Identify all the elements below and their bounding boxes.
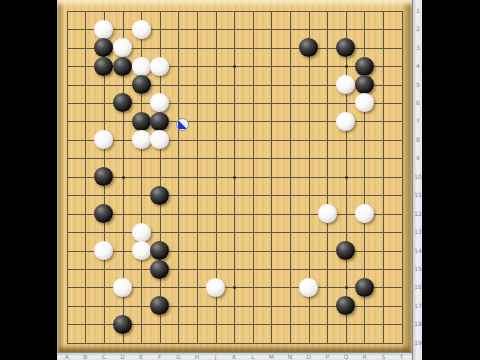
grid-line-vertical [271,11,272,344]
white-stone[interactable] [336,75,355,94]
column-letter-label: O [303,354,315,360]
star-point [122,176,125,179]
column-letter-label: T [396,354,408,360]
black-stone[interactable] [113,315,132,334]
row-number-label: 15 [413,266,422,272]
white-stone[interactable] [132,57,151,76]
column-letter-label: A [61,354,73,360]
row-number-label: 8 [413,137,422,143]
row-number-label: 13 [413,229,422,235]
white-stone[interactable] [132,241,151,260]
white-stone[interactable] [150,57,169,76]
black-stone[interactable] [150,241,169,260]
black-stone[interactable] [113,93,132,112]
white-stone[interactable] [94,130,113,149]
black-stone[interactable] [94,38,113,57]
grid-line-horizontal [67,195,403,196]
column-letter-label: J [210,354,222,360]
row-number-label: 18 [413,321,422,327]
black-stone[interactable] [336,38,355,57]
row-number-label: 16 [413,284,422,290]
grid-line-vertical [402,11,403,344]
row-number-label: 1 [413,8,422,14]
column-letter-label: N [284,354,296,360]
black-stone[interactable] [150,296,169,315]
letterbox-right [422,0,480,360]
black-stone[interactable] [94,167,113,186]
row-number-label: 17 [413,303,422,309]
black-stone[interactable] [94,57,113,76]
white-stone[interactable] [132,223,151,242]
column-letter-label: R [358,354,370,360]
column-letter-label: M [265,354,277,360]
column-letter-label: Q [340,354,352,360]
column-letter-label: F [154,354,166,360]
white-stone[interactable] [132,20,151,39]
blue-triangle-marker [176,118,189,131]
star-point [233,176,236,179]
column-letter-label: P [321,354,333,360]
black-stone[interactable] [132,112,151,131]
column-letter-label: K [228,354,240,360]
grid-line-horizontal [67,269,403,270]
white-stone[interactable] [94,20,113,39]
row-number-label: 5 [413,82,422,88]
white-stone[interactable] [94,241,113,260]
black-stone[interactable] [336,296,355,315]
grid-line-vertical [253,11,254,344]
row-number-label: 11 [413,192,422,198]
black-stone[interactable] [299,38,318,57]
coordinate-strip-right: 12345678910111213141516171819 [412,0,422,360]
black-stone[interactable] [150,112,169,131]
black-stone[interactable] [150,186,169,205]
grid-line-vertical [327,11,328,344]
black-stone[interactable] [132,75,151,94]
row-number-label: 2 [413,26,422,32]
row-number-label: 9 [413,155,422,161]
row-number-label: 3 [413,45,422,51]
white-stone[interactable] [113,278,132,297]
white-stone[interactable] [150,93,169,112]
black-stone[interactable] [336,241,355,260]
white-stone[interactable] [132,130,151,149]
white-stone[interactable] [113,38,132,57]
row-number-label: 14 [413,248,422,254]
go-board[interactable] [57,0,412,352]
row-number-label: 10 [413,174,422,180]
white-stone[interactable] [355,204,374,223]
white-stone[interactable] [299,278,318,297]
grid-line-horizontal [67,214,403,215]
grid-line-horizontal [67,232,403,233]
column-letter-label: L [247,354,259,360]
grid-line-vertical [383,11,384,344]
grid-line-vertical [290,11,291,344]
coordinate-strip-bottom: ABCDEFGHJKLMNOPQRST [57,352,412,360]
star-point [345,286,348,289]
white-stone[interactable] [150,130,169,149]
letterbox-left [0,0,57,360]
star-point [233,65,236,68]
black-stone[interactable] [150,260,169,279]
star-point [345,176,348,179]
row-number-label: 6 [413,100,422,106]
column-letter-label: G [172,354,184,360]
black-stone[interactable] [113,57,132,76]
row-number-label: 12 [413,211,422,217]
white-stone[interactable] [355,93,374,112]
black-stone[interactable] [355,57,374,76]
row-number-label: 4 [413,63,422,69]
column-letter-label: S [377,354,389,360]
go-game-screenshot: 12345678910111213141516171819 ABCDEFGHJK… [0,0,480,360]
blue-triangle-icon [178,120,187,129]
column-letter-label: D [117,354,129,360]
star-point [345,65,348,68]
black-stone[interactable] [355,75,374,94]
white-stone[interactable] [336,112,355,131]
row-number-label: 7 [413,118,422,124]
column-letter-label: C [98,354,110,360]
white-stone[interactable] [318,204,337,223]
white-stone[interactable] [206,278,225,297]
column-letter-label: E [135,354,147,360]
grid-line-horizontal [67,343,403,344]
row-number-label: 19 [413,340,422,346]
column-letter-label: H [191,354,203,360]
column-letter-label: B [79,354,91,360]
black-stone[interactable] [355,278,374,297]
star-point [233,286,236,289]
black-stone[interactable] [94,204,113,223]
